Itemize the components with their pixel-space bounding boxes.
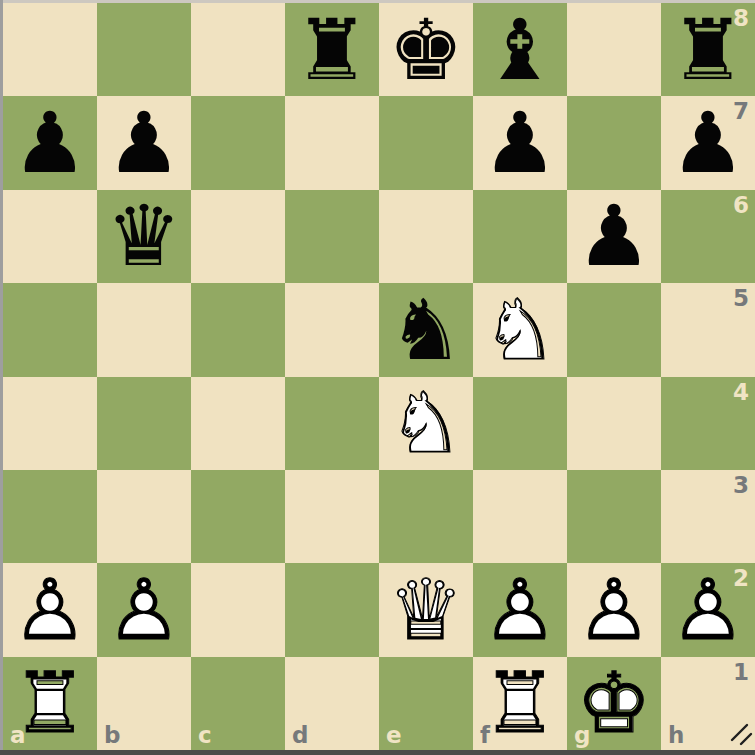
chess-board: ♜♚♝♜8♟♟♟♟7♛♟6♞♞♘5♞♘43♟♙♟♙♛♕♟♙♟♙♟♙2♜♖abcd… [3,3,755,750]
black-pawn-glyph: ♟ [97,97,191,190]
square-g5[interactable] [567,283,661,376]
square-d3[interactable] [285,470,379,563]
square-d2[interactable] [285,563,379,656]
square-c1[interactable]: c [191,657,285,750]
square-b6[interactable]: ♛ [97,190,191,283]
rank-label-4: 4 [733,381,749,404]
window-edge-left [0,0,3,755]
square-f1[interactable]: ♜♖f [473,657,567,750]
square-d5[interactable] [285,283,379,376]
white-pawn[interactable]: ♟♙ [567,563,661,656]
square-c8[interactable] [191,3,285,96]
file-label-f: f [480,724,490,747]
black-king[interactable]: ♚ [379,3,473,96]
file-label-c: c [198,724,212,747]
square-e7[interactable] [379,96,473,189]
square-e2[interactable]: ♛♕ [379,563,473,656]
square-c7[interactable] [191,96,285,189]
square-a7[interactable]: ♟ [3,96,97,189]
square-h6[interactable]: 6 [661,190,755,283]
square-e5[interactable]: ♞ [379,283,473,376]
square-a4[interactable] [3,377,97,470]
square-a5[interactable] [3,283,97,376]
white-pawn-outline-glyph: ♙ [3,563,97,656]
black-bishop[interactable]: ♝ [473,3,567,96]
square-b4[interactable] [97,377,191,470]
square-b3[interactable] [97,470,191,563]
file-label-e: e [386,724,402,747]
square-c4[interactable] [191,377,285,470]
square-a8[interactable] [3,3,97,96]
square-f4[interactable] [473,377,567,470]
square-a2[interactable]: ♟♙ [3,563,97,656]
white-pawn[interactable]: ♟♙ [473,563,567,656]
square-e1[interactable]: e [379,657,473,750]
black-knight[interactable]: ♞ [379,283,473,376]
white-pawn-outline-glyph: ♙ [97,563,191,656]
file-label-d: d [292,724,308,747]
window-edge-bottom [0,750,755,755]
square-f8[interactable]: ♝ [473,3,567,96]
square-d6[interactable] [285,190,379,283]
white-knight[interactable]: ♞♘ [473,283,567,376]
black-rook-glyph: ♜ [285,3,379,96]
white-pawn[interactable]: ♟♙ [3,563,97,656]
square-h2[interactable]: ♟♙2 [661,563,755,656]
white-knight-outline-glyph: ♘ [379,377,473,470]
square-e6[interactable] [379,190,473,283]
square-b1[interactable]: b [97,657,191,750]
file-label-b: b [104,724,120,747]
square-h8[interactable]: ♜8 [661,3,755,96]
square-a3[interactable] [3,470,97,563]
rank-label-3: 3 [733,474,749,497]
black-pawn[interactable]: ♟ [567,190,661,283]
white-pawn[interactable]: ♟♙ [97,563,191,656]
white-queen[interactable]: ♛♕ [379,563,473,656]
square-c2[interactable] [191,563,285,656]
square-a1[interactable]: ♜♖a [3,657,97,750]
square-g1[interactable]: ♚♔g [567,657,661,750]
square-c6[interactable] [191,190,285,283]
square-e3[interactable] [379,470,473,563]
rank-label-8: 8 [733,7,749,30]
rank-label-6: 6 [733,194,749,217]
square-f7[interactable]: ♟ [473,96,567,189]
rank-label-5: 5 [733,287,749,310]
black-king-glyph: ♚ [379,3,473,96]
file-label-h: h [668,724,684,747]
square-d4[interactable] [285,377,379,470]
square-d8[interactable]: ♜ [285,3,379,96]
square-h3[interactable]: 3 [661,470,755,563]
square-g4[interactable] [567,377,661,470]
rank-label-2: 2 [733,567,749,590]
black-bishop-glyph: ♝ [473,3,567,96]
square-g8[interactable] [567,3,661,96]
square-g6[interactable]: ♟ [567,190,661,283]
black-pawn-glyph: ♟ [3,97,97,190]
square-b2[interactable]: ♟♙ [97,563,191,656]
black-queen[interactable]: ♛ [97,190,191,283]
square-a6[interactable] [3,190,97,283]
black-pawn[interactable]: ♟ [473,97,567,190]
square-h4[interactable]: 4 [661,377,755,470]
square-f2[interactable]: ♟♙ [473,563,567,656]
black-pawn-glyph: ♟ [567,190,661,283]
square-g7[interactable] [567,96,661,189]
rank-label-7: 7 [733,100,749,123]
square-h7[interactable]: ♟7 [661,96,755,189]
square-b5[interactable] [97,283,191,376]
square-f5[interactable]: ♞♘ [473,283,567,376]
white-knight-outline-glyph: ♘ [473,283,567,376]
square-e8[interactable]: ♚ [379,3,473,96]
square-c3[interactable] [191,470,285,563]
black-pawn-glyph: ♟ [473,97,567,190]
white-pawn-outline-glyph: ♙ [567,563,661,656]
square-b7[interactable]: ♟ [97,96,191,189]
rank-label-1: 1 [733,661,749,684]
square-b8[interactable] [97,3,191,96]
square-f3[interactable] [473,470,567,563]
window-edge-top [0,0,755,3]
file-label-g: g [574,724,590,747]
square-h5[interactable]: 5 [661,283,755,376]
square-c5[interactable] [191,283,285,376]
square-d1[interactable]: d [285,657,379,750]
board-resize-handle-icon[interactable] [729,722,753,746]
white-pawn-outline-glyph: ♙ [473,563,567,656]
black-knight-glyph: ♞ [379,283,473,376]
square-e4[interactable]: ♞♘ [379,377,473,470]
black-rook[interactable]: ♜ [285,3,379,96]
square-f6[interactable] [473,190,567,283]
square-g2[interactable]: ♟♙ [567,563,661,656]
black-pawn[interactable]: ♟ [3,97,97,190]
white-queen-outline-glyph: ♕ [379,563,473,656]
file-label-a: a [10,724,26,747]
black-pawn[interactable]: ♟ [97,97,191,190]
white-knight[interactable]: ♞♘ [379,377,473,470]
chess-app-window: ♜♚♝♜8♟♟♟♟7♛♟6♞♞♘5♞♘43♟♙♟♙♛♕♟♙♟♙♟♙2♜♖abcd… [0,0,755,755]
square-d7[interactable] [285,96,379,189]
square-g3[interactable] [567,470,661,563]
black-queen-glyph: ♛ [97,190,191,283]
